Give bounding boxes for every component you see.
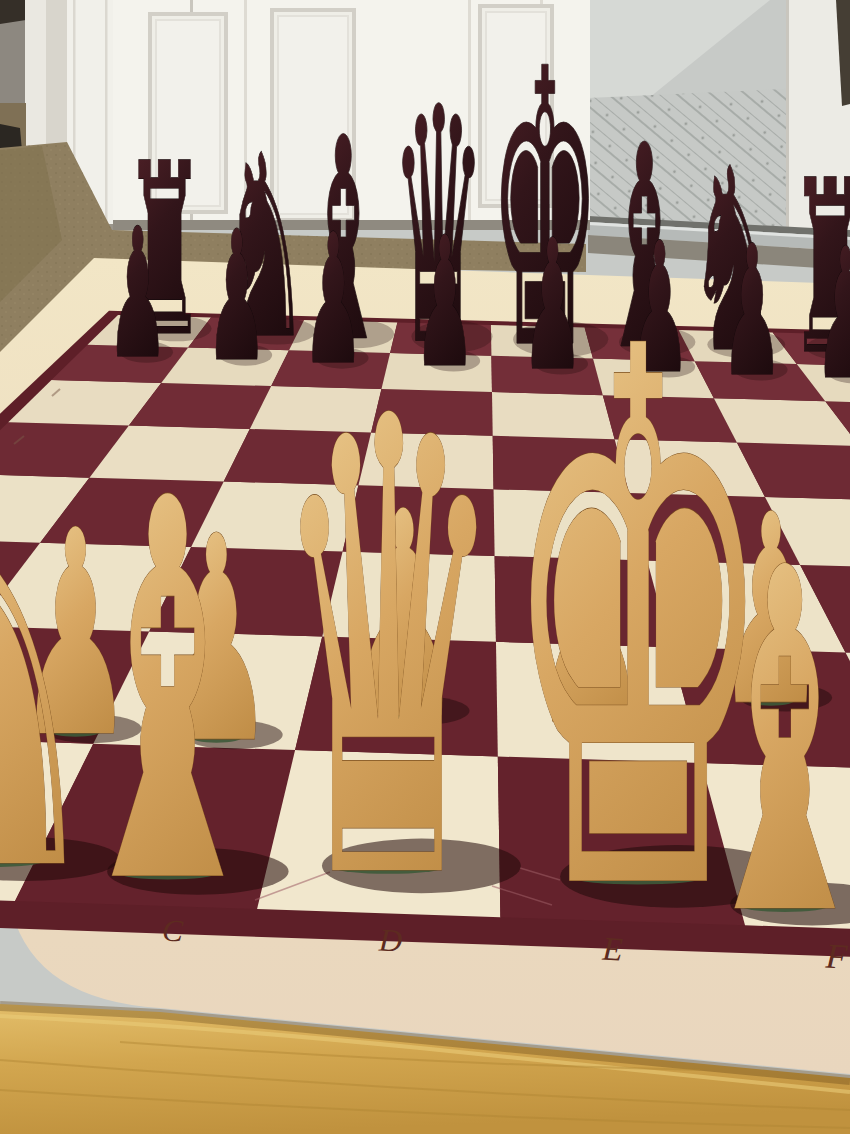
piece-black-pawn-h7: ♟ [815, 209, 850, 419]
piece-white-queen-d1: ♛ [272, 287, 505, 1017]
scene-svg: CDEF♜♞♝♛♚♝♞♜♟♟♟♟♟♟♟♟♟♟♟♟♟♞♝♛♚♝ [0, 0, 850, 1134]
doorway-jamb-inner [46, 0, 67, 156]
chessboard-photo: CDEF♜♞♝♛♚♝♞♜♟♟♟♟♟♟♟♟♟♟♟♟♟♞♝♛♚♝ [0, 0, 850, 1134]
doorway-jamb-outer [25, 0, 48, 152]
piece-black-pawn-a7: ♟ [107, 190, 169, 398]
piece-white-bishop-f1: ♝ [689, 470, 850, 1019]
piece-black-pawn-b7: ♟ [206, 193, 268, 401]
piece-white-bishop-c1: ♝ [61, 390, 274, 999]
